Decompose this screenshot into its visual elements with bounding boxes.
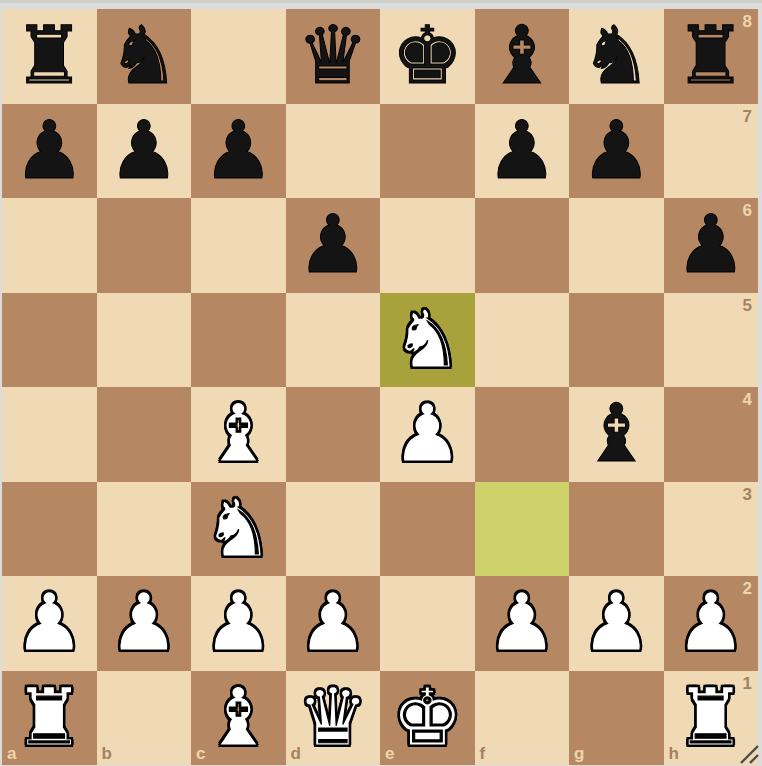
square-f1[interactable]: f [475, 671, 570, 766]
piece-black-pawn[interactable]: ♟ [664, 198, 759, 293]
piece-black-rook[interactable]: ♜ [2, 9, 97, 104]
square-a6[interactable] [2, 198, 97, 293]
square-d4[interactable] [286, 387, 381, 482]
square-e2[interactable] [380, 576, 475, 671]
square-f2[interactable]: ♟ [475, 576, 570, 671]
square-g3[interactable] [569, 482, 664, 577]
piece-black-bishop[interactable]: ♝ [475, 9, 570, 104]
file-label-f: f [480, 745, 486, 762]
square-a4[interactable] [2, 387, 97, 482]
square-a3[interactable] [2, 482, 97, 577]
square-e6[interactable] [380, 198, 475, 293]
square-g5[interactable] [569, 293, 664, 388]
piece-white-pawn[interactable]: ♟ [2, 576, 97, 671]
piece-white-pawn[interactable]: ♟ [191, 576, 286, 671]
square-g4[interactable]: ♝ [569, 387, 664, 482]
piece-white-rook[interactable]: ♜ [2, 671, 97, 766]
square-h6[interactable]: ♟6 [664, 198, 759, 293]
square-e5[interactable]: ♞ [380, 293, 475, 388]
square-b7[interactable]: ♟ [97, 104, 192, 199]
file-label-g: g [574, 745, 584, 762]
square-f7[interactable]: ♟ [475, 104, 570, 199]
piece-black-rook[interactable]: ♜ [664, 9, 759, 104]
rank-label-4: 4 [743, 391, 752, 408]
square-h7[interactable]: 7 [664, 104, 759, 199]
chess-board[interactable]: ♜♞♛♚♝♞♜8♟♟♟♟♟7♟♟6♞5♝♟♝4♞3♟♟♟♟♟♟♟2♜ab♝c♛d… [2, 9, 758, 765]
piece-white-bishop[interactable]: ♝ [191, 671, 286, 766]
square-f6[interactable] [475, 198, 570, 293]
square-c3[interactable]: ♞ [191, 482, 286, 577]
square-c5[interactable] [191, 293, 286, 388]
piece-black-bishop[interactable]: ♝ [569, 387, 664, 482]
square-b1[interactable]: b [97, 671, 192, 766]
piece-white-knight[interactable]: ♞ [191, 482, 286, 577]
square-e1[interactable]: ♚e [380, 671, 475, 766]
square-c6[interactable] [191, 198, 286, 293]
piece-black-pawn[interactable]: ♟ [97, 104, 192, 199]
square-e8[interactable]: ♚ [380, 9, 475, 104]
square-d8[interactable]: ♛ [286, 9, 381, 104]
piece-black-pawn[interactable]: ♟ [191, 104, 286, 199]
square-a8[interactable]: ♜ [2, 9, 97, 104]
rank-label-7: 7 [743, 108, 752, 125]
page-top-edge [0, 0, 762, 3]
square-a2[interactable]: ♟ [2, 576, 97, 671]
square-d1[interactable]: ♛d [286, 671, 381, 766]
piece-white-pawn[interactable]: ♟ [664, 576, 759, 671]
square-c7[interactable]: ♟ [191, 104, 286, 199]
piece-white-pawn[interactable]: ♟ [380, 387, 475, 482]
square-h2[interactable]: ♟2 [664, 576, 759, 671]
board-resize-handle-icon[interactable] [736, 741, 760, 765]
piece-white-knight[interactable]: ♞ [380, 293, 475, 388]
piece-white-bishop[interactable]: ♝ [191, 387, 286, 482]
piece-black-knight[interactable]: ♞ [569, 9, 664, 104]
file-label-b: b [102, 745, 112, 762]
square-f4[interactable] [475, 387, 570, 482]
square-a7[interactable]: ♟ [2, 104, 97, 199]
square-d3[interactable] [286, 482, 381, 577]
square-h4[interactable]: 4 [664, 387, 759, 482]
square-h3[interactable]: 3 [664, 482, 759, 577]
piece-white-pawn[interactable]: ♟ [569, 576, 664, 671]
piece-white-pawn[interactable]: ♟ [286, 576, 381, 671]
square-c4[interactable]: ♝ [191, 387, 286, 482]
square-a1[interactable]: ♜a [2, 671, 97, 766]
piece-white-pawn[interactable]: ♟ [97, 576, 192, 671]
piece-white-pawn[interactable]: ♟ [475, 576, 570, 671]
piece-black-pawn[interactable]: ♟ [475, 104, 570, 199]
square-c1[interactable]: ♝c [191, 671, 286, 766]
square-c8[interactable] [191, 9, 286, 104]
piece-black-pawn[interactable]: ♟ [286, 198, 381, 293]
square-d2[interactable]: ♟ [286, 576, 381, 671]
square-g8[interactable]: ♞ [569, 9, 664, 104]
square-g6[interactable] [569, 198, 664, 293]
rank-label-3: 3 [743, 486, 752, 503]
square-g7[interactable]: ♟ [569, 104, 664, 199]
piece-black-queen[interactable]: ♛ [286, 9, 381, 104]
square-f3[interactable] [475, 482, 570, 577]
square-b6[interactable] [97, 198, 192, 293]
square-b4[interactable] [97, 387, 192, 482]
square-h5[interactable]: 5 [664, 293, 759, 388]
square-b5[interactable] [97, 293, 192, 388]
square-f5[interactable] [475, 293, 570, 388]
square-b8[interactable]: ♞ [97, 9, 192, 104]
piece-black-pawn[interactable]: ♟ [2, 104, 97, 199]
piece-white-king[interactable]: ♚ [380, 671, 475, 766]
square-a5[interactable] [2, 293, 97, 388]
piece-black-king[interactable]: ♚ [380, 9, 475, 104]
square-f8[interactable]: ♝ [475, 9, 570, 104]
square-e3[interactable] [380, 482, 475, 577]
square-b2[interactable]: ♟ [97, 576, 192, 671]
square-g2[interactable]: ♟ [569, 576, 664, 671]
square-d6[interactable]: ♟ [286, 198, 381, 293]
square-g1[interactable]: g [569, 671, 664, 766]
square-d7[interactable] [286, 104, 381, 199]
piece-black-pawn[interactable]: ♟ [569, 104, 664, 199]
square-c2[interactable]: ♟ [191, 576, 286, 671]
piece-black-knight[interactable]: ♞ [97, 9, 192, 104]
piece-white-queen[interactable]: ♛ [286, 671, 381, 766]
square-b3[interactable] [97, 482, 192, 577]
rank-label-5: 5 [743, 297, 752, 314]
square-e4[interactable]: ♟ [380, 387, 475, 482]
square-e7[interactable] [380, 104, 475, 199]
square-d5[interactable] [286, 293, 381, 388]
square-h8[interactable]: ♜8 [664, 9, 759, 104]
